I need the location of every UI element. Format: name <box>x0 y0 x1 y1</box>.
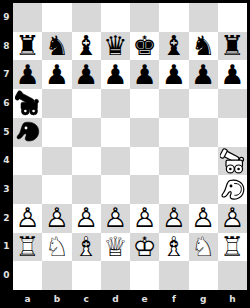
piece-black-pawn[interactable]: ♟ <box>13 60 42 89</box>
file-label-b: b <box>42 290 71 308</box>
square-e8[interactable]: ♚ <box>130 32 159 61</box>
square-a3[interactable] <box>13 175 42 204</box>
piece-outline-layer: ♙ <box>72 204 101 232</box>
square-c9[interactable] <box>72 3 101 32</box>
square-g9[interactable] <box>189 3 218 32</box>
rank-label-1: 1 <box>0 233 13 262</box>
piece-outline-layer: ♙ <box>13 204 42 232</box>
piece-black-king[interactable]: ♚ <box>130 32 159 61</box>
square-h6[interactable] <box>218 89 247 118</box>
piece-black-rook[interactable]: ♜ <box>13 32 42 61</box>
rank-label-0: 0 <box>0 261 13 290</box>
square-f3[interactable] <box>159 175 188 204</box>
square-d8[interactable]: ♛ <box>101 32 130 61</box>
square-b5[interactable] <box>42 118 71 147</box>
piece-outline-layer: ♗ <box>159 233 188 261</box>
square-c2[interactable]: ♟♙ <box>72 204 101 233</box>
square-h1[interactable]: ♜♖ <box>218 233 247 262</box>
square-g0[interactable] <box>189 261 218 290</box>
piece-black-pawn[interactable]: ♟ <box>130 60 159 89</box>
square-b8[interactable]: ♞ <box>42 32 71 61</box>
piece-outline-layer: ♘ <box>189 233 218 261</box>
file-label-a: a <box>13 290 42 308</box>
game-board-screen: 9876543210 ♜♞♝♛♚♝♞♜♟♟♟♟♟♟♟♟ <box>0 0 250 308</box>
square-d2[interactable]: ♟♙ <box>101 204 130 233</box>
square-c0[interactable] <box>72 261 101 290</box>
square-g6[interactable] <box>189 89 218 118</box>
square-c7[interactable]: ♟ <box>72 60 101 89</box>
piece-white-pawn[interactable]: ♟♙ <box>218 204 247 233</box>
piece-white-pawn[interactable]: ♟♙ <box>42 204 71 233</box>
square-d4[interactable] <box>101 147 130 176</box>
square-g3[interactable] <box>189 175 218 204</box>
square-e5[interactable] <box>130 118 159 147</box>
square-f0[interactable] <box>159 261 188 290</box>
rank-label-3: 3 <box>0 175 13 204</box>
piece-black-pawn[interactable]: ♟ <box>101 60 130 89</box>
square-f9[interactable] <box>159 3 188 32</box>
square-c8[interactable]: ♝ <box>72 32 101 61</box>
file-label-c: c <box>72 290 101 308</box>
piece-outline-layer: ♙ <box>189 204 218 232</box>
piece-white-pawn[interactable]: ♟♙ <box>101 204 130 233</box>
square-a2[interactable]: ♟♙ <box>13 204 42 233</box>
piece-outline-layer: ♙ <box>159 204 188 232</box>
piece-white-rook[interactable]: ♜♖ <box>218 233 247 262</box>
rank-label-4: 4 <box>0 147 13 176</box>
piece-outline-layer: ♕ <box>101 233 130 261</box>
square-h5[interactable] <box>218 118 247 147</box>
square-b4[interactable] <box>42 147 71 176</box>
square-a5[interactable] <box>13 118 42 147</box>
square-b9[interactable] <box>42 3 71 32</box>
piece-white-pawn[interactable]: ♟♙ <box>159 204 188 233</box>
square-a8[interactable]: ♜ <box>13 32 42 61</box>
square-g7[interactable]: ♟ <box>189 60 218 89</box>
square-f5[interactable] <box>159 118 188 147</box>
square-d3[interactable] <box>101 175 130 204</box>
square-a4[interactable] <box>13 147 42 176</box>
elephant-icon[interactable] <box>15 120 40 144</box>
file-label-d: d <box>101 290 130 308</box>
file-label-e: e <box>130 290 159 308</box>
square-b2[interactable]: ♟♙ <box>42 204 71 233</box>
square-e3[interactable] <box>130 175 159 204</box>
square-g1[interactable]: ♞♘ <box>189 233 218 262</box>
square-g8[interactable]: ♞ <box>189 32 218 61</box>
rank-label-2: 2 <box>0 204 13 233</box>
piece-white-bishop[interactable]: ♝♗ <box>159 233 188 262</box>
cannon-icon[interactable] <box>220 148 245 174</box>
piece-outline-layer: ♙ <box>218 204 247 232</box>
square-b3[interactable] <box>42 175 71 204</box>
square-f1[interactable]: ♝♗ <box>159 233 188 262</box>
square-b0[interactable] <box>42 261 71 290</box>
piece-white-rook[interactable]: ♜♖ <box>13 233 42 262</box>
square-f7[interactable]: ♟ <box>159 60 188 89</box>
square-a9[interactable] <box>13 3 42 32</box>
square-b6[interactable] <box>42 89 71 118</box>
square-c5[interactable] <box>72 118 101 147</box>
square-c3[interactable] <box>72 175 101 204</box>
piece-white-pawn[interactable]: ♟♙ <box>130 204 159 233</box>
rank-label-7: 7 <box>0 60 13 89</box>
square-b1[interactable]: ♞♘ <box>42 233 71 262</box>
file-label-f: f <box>159 290 188 308</box>
square-a6[interactable] <box>13 89 42 118</box>
square-e1[interactable]: ♚♔ <box>130 233 159 262</box>
piece-black-rook[interactable]: ♜ <box>218 32 247 61</box>
square-h7[interactable]: ♟ <box>218 60 247 89</box>
piece-black-pawn[interactable]: ♟ <box>42 60 71 89</box>
piece-outline-layer: ♙ <box>130 204 159 232</box>
square-d0[interactable] <box>101 261 130 290</box>
file-label-h: h <box>218 290 247 308</box>
square-f6[interactable] <box>159 89 188 118</box>
piece-outline-layer: ♖ <box>218 233 247 261</box>
file-label-g: g <box>189 290 218 308</box>
elephant-icon[interactable] <box>220 178 245 202</box>
piece-white-cannon[interactable] <box>220 148 245 174</box>
piece-black-queen[interactable]: ♛ <box>101 32 130 61</box>
square-e0[interactable] <box>130 261 159 290</box>
square-d5[interactable] <box>101 118 130 147</box>
piece-white-pawn[interactable]: ♟♙ <box>72 204 101 233</box>
square-a0[interactable] <box>13 261 42 290</box>
square-d6[interactable] <box>101 89 130 118</box>
piece-outline-layer: ♖ <box>13 233 42 261</box>
square-h3[interactable] <box>218 175 247 204</box>
rank-label-9: 9 <box>0 3 13 32</box>
piece-white-knight[interactable]: ♞♘ <box>189 233 218 262</box>
piece-outline-layer: ♘ <box>42 233 71 261</box>
square-e7[interactable]: ♟ <box>130 60 159 89</box>
piece-white-queen[interactable]: ♛♕ <box>101 233 130 262</box>
square-e9[interactable] <box>130 3 159 32</box>
square-e4[interactable] <box>130 147 159 176</box>
square-h8[interactable]: ♜ <box>218 32 247 61</box>
square-f4[interactable] <box>159 147 188 176</box>
piece-black-bishop[interactable]: ♝ <box>72 32 101 61</box>
square-a7[interactable]: ♟ <box>13 60 42 89</box>
piece-outline-layer: ♙ <box>101 204 130 232</box>
rank-label-6: 6 <box>0 89 13 118</box>
square-c4[interactable] <box>72 147 101 176</box>
piece-black-pawn[interactable]: ♟ <box>218 60 247 89</box>
piece-white-knight[interactable]: ♞♘ <box>42 233 71 262</box>
square-d1[interactable]: ♛♕ <box>101 233 130 262</box>
square-c6[interactable] <box>72 89 101 118</box>
square-a1[interactable]: ♜♖ <box>13 233 42 262</box>
piece-black-pawn[interactable]: ♟ <box>159 60 188 89</box>
piece-outline-layer: ♗ <box>72 233 101 261</box>
square-c1[interactable]: ♝♗ <box>72 233 101 262</box>
rank-label-5: 5 <box>0 118 13 147</box>
square-g2[interactable]: ♟♙ <box>189 204 218 233</box>
piece-black-pawn[interactable]: ♟ <box>72 60 101 89</box>
piece-outline-layer: ♔ <box>130 233 159 261</box>
piece-white-bishop[interactable]: ♝♗ <box>72 233 101 262</box>
piece-black-bishop[interactable]: ♝ <box>159 32 188 61</box>
file-labels: abcdefgh <box>13 290 247 308</box>
cannon-icon[interactable] <box>15 90 40 116</box>
piece-black-elephant[interactable] <box>15 120 40 144</box>
square-h4[interactable] <box>218 147 247 176</box>
square-h0[interactable] <box>218 261 247 290</box>
square-g5[interactable] <box>189 118 218 147</box>
piece-black-knight[interactable]: ♞ <box>189 32 218 61</box>
square-d7[interactable]: ♟ <box>101 60 130 89</box>
square-f2[interactable]: ♟♙ <box>159 204 188 233</box>
piece-white-king[interactable]: ♚♔ <box>130 233 159 262</box>
piece-outline-layer: ♙ <box>42 204 71 232</box>
piece-black-cannon[interactable] <box>15 90 40 116</box>
square-g4[interactable] <box>189 147 218 176</box>
chess-variant-board[interactable]: ♜♞♝♛♚♝♞♜♟♟♟♟♟♟♟♟ ♟♙♟♙♟♙♟♙♟♙ <box>13 3 247 290</box>
piece-white-elephant[interactable] <box>220 178 245 202</box>
piece-white-pawn[interactable]: ♟♙ <box>13 204 42 233</box>
square-f8[interactable]: ♝ <box>159 32 188 61</box>
square-d9[interactable] <box>101 3 130 32</box>
piece-black-pawn[interactable]: ♟ <box>189 60 218 89</box>
square-e6[interactable] <box>130 89 159 118</box>
square-h9[interactable] <box>218 3 247 32</box>
square-e2[interactable]: ♟♙ <box>130 204 159 233</box>
piece-white-pawn[interactable]: ♟♙ <box>189 204 218 233</box>
rank-labels: 9876543210 <box>0 3 13 290</box>
square-h2[interactable]: ♟♙ <box>218 204 247 233</box>
square-b7[interactable]: ♟ <box>42 60 71 89</box>
rank-label-8: 8 <box>0 32 13 61</box>
piece-black-knight[interactable]: ♞ <box>42 32 71 61</box>
